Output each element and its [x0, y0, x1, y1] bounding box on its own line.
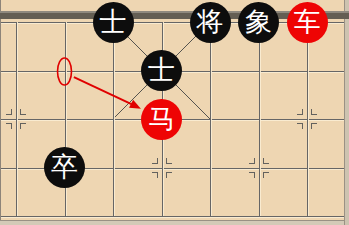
piece-glyph: 将	[197, 9, 224, 36]
piece-black-elephant[interactable]: 象	[238, 2, 279, 43]
marker-corner-tr	[166, 158, 172, 164]
piece-glyph: 车	[294, 9, 321, 36]
marker-corner-tl	[249, 158, 255, 164]
piece-red-chariot[interactable]: 车	[287, 2, 328, 43]
piece-red-horse[interactable]: 马	[141, 99, 182, 140]
file-line-7	[307, 22, 308, 216]
marker-corner-br	[166, 172, 172, 178]
window-left-edge	[0, 0, 1, 225]
window-bottom-edge	[0, 220, 344, 225]
marker-corner-br	[263, 172, 269, 178]
piece-black-advisor[interactable]: 士	[141, 50, 182, 91]
piece-glyph: 士	[148, 57, 175, 84]
rank-line-4	[0, 216, 344, 217]
marker-corner-br	[20, 123, 26, 129]
piece-glyph: 象	[245, 9, 272, 36]
file-line-3	[113, 22, 114, 216]
marker-corner-tl	[152, 158, 158, 164]
file-line-1	[16, 22, 17, 216]
marker-corner-br	[311, 123, 317, 129]
marker-corner-tr	[263, 158, 269, 164]
piece-glyph: 卒	[51, 154, 78, 181]
marker-corner-bl	[152, 172, 158, 178]
piece-black-general[interactable]: 将	[190, 2, 231, 43]
file-line-6	[259, 22, 260, 216]
marker-corner-bl	[297, 123, 303, 129]
marker-corner-bl	[249, 172, 255, 178]
file-line-5	[210, 22, 211, 216]
marker-corner-bl	[6, 123, 12, 129]
piece-black-advisor[interactable]: 士	[93, 2, 134, 43]
marker-corner-tl	[6, 109, 12, 115]
piece-glyph: 马	[148, 106, 175, 133]
window-right-edge	[344, 0, 349, 225]
marker-corner-tl	[297, 109, 303, 115]
piece-glyph: 士	[100, 9, 127, 36]
marker-corner-tr	[20, 109, 26, 115]
marker-corner-tr	[311, 109, 317, 115]
xiangqi-board[interactable]: 士将象车士马卒	[0, 0, 349, 225]
piece-black-pawn[interactable]: 卒	[44, 147, 85, 188]
